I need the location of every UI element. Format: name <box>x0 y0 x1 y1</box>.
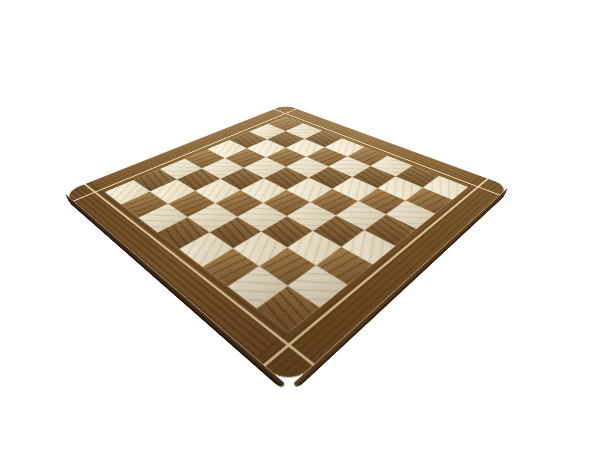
board-square[interactable] <box>233 231 287 266</box>
board-square[interactable] <box>179 232 233 267</box>
chessboard <box>127 30 446 349</box>
board-square[interactable] <box>336 201 385 230</box>
board-square[interactable] <box>342 230 396 265</box>
photo-background <box>0 0 600 450</box>
board-square[interactable] <box>158 217 210 249</box>
board-square[interactable] <box>405 188 452 214</box>
board-square[interactable] <box>316 247 373 285</box>
board-square[interactable] <box>228 266 288 309</box>
board-square[interactable] <box>259 247 316 285</box>
board-square[interactable] <box>365 214 417 245</box>
board-grid <box>105 116 468 333</box>
board-square[interactable] <box>202 248 259 286</box>
board-square[interactable] <box>168 191 215 217</box>
board-square[interactable] <box>358 188 405 214</box>
board-square[interactable] <box>310 189 357 215</box>
board-square[interactable] <box>188 203 237 232</box>
board-square[interactable] <box>386 200 435 229</box>
inlay-line-bottom <box>84 184 315 366</box>
inlay-line-right <box>263 178 489 366</box>
board-3d <box>64 105 509 387</box>
board-square[interactable] <box>263 190 310 216</box>
board-square[interactable] <box>216 190 263 216</box>
board-border-bottom <box>64 181 322 387</box>
board-square[interactable] <box>287 202 336 231</box>
board-square[interactable] <box>287 231 341 266</box>
board-square[interactable] <box>139 204 188 233</box>
board-square[interactable] <box>256 286 320 334</box>
board-border-right <box>256 176 510 387</box>
board-square[interactable] <box>261 216 313 247</box>
board-square[interactable] <box>209 217 261 249</box>
board-square[interactable] <box>121 191 168 218</box>
board-square[interactable] <box>288 265 348 307</box>
board-square[interactable] <box>237 202 286 231</box>
board-square[interactable] <box>313 215 365 246</box>
